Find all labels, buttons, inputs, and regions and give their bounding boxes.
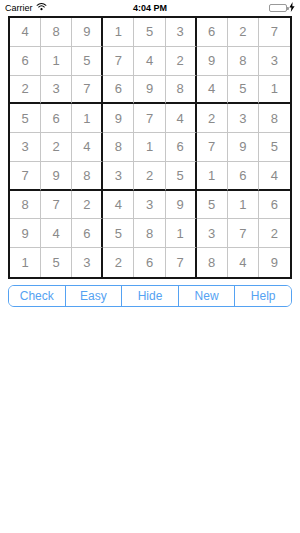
cell-r6c9[interactable]: 4	[259, 162, 290, 191]
cell-r4c5[interactable]: 7	[134, 104, 165, 133]
cell-r5c9[interactable]: 5	[259, 133, 290, 162]
cell-r7c2[interactable]: 7	[41, 191, 72, 220]
battery-icon	[269, 4, 287, 12]
cell-r6c8[interactable]: 6	[228, 162, 259, 191]
cell-r1c1[interactable]: 4	[10, 18, 41, 47]
cell-r7c7[interactable]: 5	[197, 191, 228, 220]
cell-r9c2[interactable]: 5	[41, 248, 72, 277]
cell-r9c4[interactable]: 2	[103, 248, 134, 277]
cell-r3c7[interactable]: 4	[197, 76, 228, 105]
cell-r4c7[interactable]: 2	[197, 104, 228, 133]
easy-button[interactable]: Easy	[65, 286, 122, 306]
cell-r3c5[interactable]: 9	[134, 76, 165, 105]
cell-r3c9[interactable]: 1	[259, 76, 290, 105]
toolbar: CheckEasyHideNewHelp	[8, 285, 292, 307]
charging-bolt-icon	[289, 2, 295, 14]
cell-r6c7[interactable]: 1	[197, 162, 228, 191]
cell-r6c1[interactable]: 7	[10, 162, 41, 191]
cell-r1c4[interactable]: 1	[103, 18, 134, 47]
cell-r7c5[interactable]: 3	[134, 191, 165, 220]
status-bar: Carrier 4:04 PM	[0, 0, 300, 15]
cell-r9c6[interactable]: 7	[166, 248, 197, 277]
cell-r3c6[interactable]: 8	[166, 76, 197, 105]
cell-r8c7[interactable]: 3	[197, 219, 228, 248]
cell-r2c4[interactable]: 7	[103, 47, 134, 76]
cell-r1c9[interactable]: 7	[259, 18, 290, 47]
cell-r5c6[interactable]: 6	[166, 133, 197, 162]
cell-r3c4[interactable]: 6	[103, 76, 134, 105]
clock: 4:04 PM	[0, 3, 300, 13]
cell-r1c6[interactable]: 3	[166, 18, 197, 47]
new-button[interactable]: New	[178, 286, 235, 306]
cell-r2c6[interactable]: 2	[166, 47, 197, 76]
cell-r7c4[interactable]: 4	[103, 191, 134, 220]
cell-r7c3[interactable]: 2	[72, 191, 103, 220]
hide-button[interactable]: Hide	[121, 286, 178, 306]
cell-r2c8[interactable]: 8	[228, 47, 259, 76]
cell-r1c7[interactable]: 6	[197, 18, 228, 47]
cell-r4c2[interactable]: 6	[41, 104, 72, 133]
cell-r6c6[interactable]: 5	[166, 162, 197, 191]
cell-r7c1[interactable]: 8	[10, 191, 41, 220]
cell-r9c1[interactable]: 1	[10, 248, 41, 277]
cell-r1c8[interactable]: 2	[228, 18, 259, 47]
cell-r3c2[interactable]: 3	[41, 76, 72, 105]
help-button[interactable]: Help	[234, 286, 291, 306]
cell-r6c3[interactable]: 8	[72, 162, 103, 191]
cell-r8c1[interactable]: 9	[10, 219, 41, 248]
cell-r5c2[interactable]: 2	[41, 133, 72, 162]
cell-r8c6[interactable]: 1	[166, 219, 197, 248]
cell-r2c7[interactable]: 9	[197, 47, 228, 76]
cell-r8c2[interactable]: 4	[41, 219, 72, 248]
cell-r7c9[interactable]: 6	[259, 191, 290, 220]
cell-r2c9[interactable]: 3	[259, 47, 290, 76]
cell-r9c5[interactable]: 6	[134, 248, 165, 277]
cell-r3c8[interactable]: 5	[228, 76, 259, 105]
cell-r3c1[interactable]: 2	[10, 76, 41, 105]
cell-r1c2[interactable]: 8	[41, 18, 72, 47]
cell-r9c3[interactable]: 3	[72, 248, 103, 277]
cell-r5c1[interactable]: 3	[10, 133, 41, 162]
cell-r9c8[interactable]: 4	[228, 248, 259, 277]
cell-r4c4[interactable]: 9	[103, 104, 134, 133]
cell-r8c5[interactable]: 8	[134, 219, 165, 248]
cell-r6c5[interactable]: 2	[134, 162, 165, 191]
check-button[interactable]: Check	[9, 286, 65, 306]
cell-r9c9[interactable]: 9	[259, 248, 290, 277]
cell-r8c3[interactable]: 6	[72, 219, 103, 248]
status-right	[269, 2, 295, 14]
cell-r2c3[interactable]: 5	[72, 47, 103, 76]
cell-r4c8[interactable]: 3	[228, 104, 259, 133]
cell-r6c4[interactable]: 3	[103, 162, 134, 191]
cell-r8c9[interactable]: 2	[259, 219, 290, 248]
battery-cap	[287, 7, 289, 11]
cell-r3c3[interactable]: 7	[72, 76, 103, 105]
cell-r5c8[interactable]: 9	[228, 133, 259, 162]
cell-r7c8[interactable]: 1	[228, 191, 259, 220]
cell-r6c2[interactable]: 9	[41, 162, 72, 191]
cell-r9c7[interactable]: 8	[197, 248, 228, 277]
cell-r4c6[interactable]: 4	[166, 104, 197, 133]
cell-r2c1[interactable]: 6	[10, 47, 41, 76]
cell-r4c9[interactable]: 8	[259, 104, 290, 133]
cell-r5c5[interactable]: 1	[134, 133, 165, 162]
cell-r8c4[interactable]: 5	[103, 219, 134, 248]
cell-r4c1[interactable]: 5	[10, 104, 41, 133]
sudoku-grid: 4891536276157429832376984515619742383248…	[8, 16, 292, 279]
cell-r1c3[interactable]: 9	[72, 18, 103, 47]
cell-r5c4[interactable]: 8	[103, 133, 134, 162]
cell-r8c8[interactable]: 7	[228, 219, 259, 248]
cell-r7c6[interactable]: 9	[166, 191, 197, 220]
cell-r2c5[interactable]: 4	[134, 47, 165, 76]
cell-r4c3[interactable]: 1	[72, 104, 103, 133]
cell-r5c3[interactable]: 4	[72, 133, 103, 162]
cell-r2c2[interactable]: 1	[41, 47, 72, 76]
cell-r1c5[interactable]: 5	[134, 18, 165, 47]
cell-r5c7[interactable]: 7	[197, 133, 228, 162]
